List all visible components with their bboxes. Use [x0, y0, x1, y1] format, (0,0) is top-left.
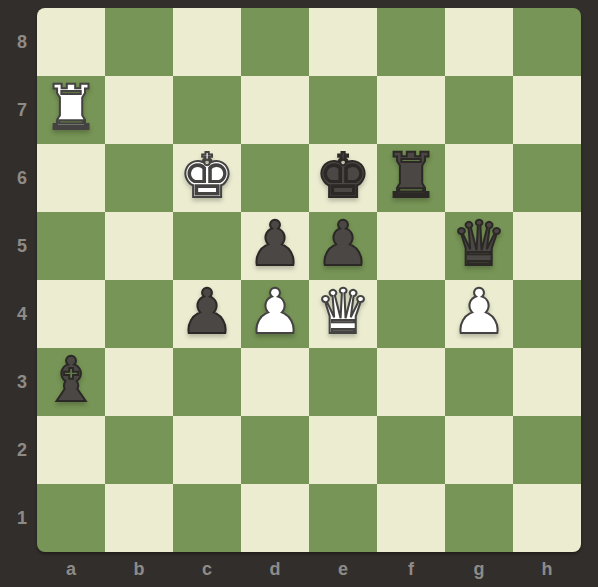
square-a7[interactable]: ♜ [37, 76, 105, 144]
file-label-g: g [445, 552, 513, 586]
square-h3[interactable] [513, 348, 581, 416]
file-label-c: c [173, 552, 241, 586]
file-coordinates: abcdefgh [37, 552, 581, 586]
piece-white-queen-e4[interactable]: ♛ [315, 278, 371, 346]
square-f8[interactable] [377, 8, 445, 76]
square-a4[interactable] [37, 280, 105, 348]
square-b5[interactable] [105, 212, 173, 280]
file-label-e: e [309, 552, 377, 586]
piece-white-pawn-g4[interactable]: ♟ [451, 278, 507, 346]
square-c3[interactable] [173, 348, 241, 416]
square-c6[interactable]: ♚ [173, 144, 241, 212]
square-d1[interactable] [241, 484, 309, 552]
rank-label-7: 7 [0, 76, 27, 144]
square-e2[interactable] [309, 416, 377, 484]
square-c8[interactable] [173, 8, 241, 76]
square-e4[interactable]: ♛ [309, 280, 377, 348]
square-h7[interactable] [513, 76, 581, 144]
rank-label-5: 5 [0, 212, 27, 280]
square-f2[interactable] [377, 416, 445, 484]
piece-black-king-e6[interactable]: ♚ [315, 142, 371, 210]
square-c2[interactable] [173, 416, 241, 484]
square-d6[interactable] [241, 144, 309, 212]
square-g3[interactable] [445, 348, 513, 416]
piece-black-pawn-c4[interactable]: ♟ [179, 278, 235, 346]
square-f1[interactable] [377, 484, 445, 552]
square-b4[interactable] [105, 280, 173, 348]
square-e8[interactable] [309, 8, 377, 76]
square-g1[interactable] [445, 484, 513, 552]
rank-label-3: 3 [0, 348, 27, 416]
square-e1[interactable] [309, 484, 377, 552]
square-h6[interactable] [513, 144, 581, 212]
square-c7[interactable] [173, 76, 241, 144]
square-g7[interactable] [445, 76, 513, 144]
square-h1[interactable] [513, 484, 581, 552]
piece-white-king-c6[interactable]: ♚ [179, 142, 235, 210]
square-h2[interactable] [513, 416, 581, 484]
square-b7[interactable] [105, 76, 173, 144]
rank-label-4: 4 [0, 280, 27, 348]
file-label-b: b [105, 552, 173, 586]
square-e3[interactable] [309, 348, 377, 416]
square-f3[interactable] [377, 348, 445, 416]
square-a5[interactable] [37, 212, 105, 280]
square-b1[interactable] [105, 484, 173, 552]
piece-white-rook-a7[interactable]: ♜ [43, 74, 99, 142]
square-b2[interactable] [105, 416, 173, 484]
piece-black-pawn-e5[interactable]: ♟ [315, 210, 371, 278]
square-f5[interactable] [377, 212, 445, 280]
file-label-h: h [513, 552, 581, 586]
square-f6[interactable]: ♜ [377, 144, 445, 212]
square-e6[interactable]: ♚ [309, 144, 377, 212]
piece-black-pawn-d5[interactable]: ♟ [247, 210, 303, 278]
chess-board: ♜♚♚♜♟♟♛♟♟♛♟♝ [37, 8, 581, 552]
square-d2[interactable] [241, 416, 309, 484]
square-d8[interactable] [241, 8, 309, 76]
square-g8[interactable] [445, 8, 513, 76]
square-c4[interactable]: ♟ [173, 280, 241, 348]
piece-black-queen-g5[interactable]: ♛ [451, 210, 507, 278]
square-f4[interactable] [377, 280, 445, 348]
square-h5[interactable] [513, 212, 581, 280]
square-a3[interactable]: ♝ [37, 348, 105, 416]
square-d3[interactable] [241, 348, 309, 416]
rank-label-1: 1 [0, 484, 27, 552]
square-b3[interactable] [105, 348, 173, 416]
square-f7[interactable] [377, 76, 445, 144]
square-a1[interactable] [37, 484, 105, 552]
square-d5[interactable]: ♟ [241, 212, 309, 280]
square-b8[interactable] [105, 8, 173, 76]
square-c5[interactable] [173, 212, 241, 280]
rank-coordinates: 87654321 [0, 8, 32, 552]
piece-black-rook-f6[interactable]: ♜ [383, 142, 439, 210]
square-d7[interactable] [241, 76, 309, 144]
piece-black-bishop-a3[interactable]: ♝ [43, 346, 99, 414]
square-h4[interactable] [513, 280, 581, 348]
square-e5[interactable]: ♟ [309, 212, 377, 280]
file-label-d: d [241, 552, 309, 586]
square-a8[interactable] [37, 8, 105, 76]
file-label-a: a [37, 552, 105, 586]
square-g5[interactable]: ♛ [445, 212, 513, 280]
rank-label-8: 8 [0, 8, 27, 76]
square-b6[interactable] [105, 144, 173, 212]
square-c1[interactable] [173, 484, 241, 552]
square-g4[interactable]: ♟ [445, 280, 513, 348]
square-d4[interactable]: ♟ [241, 280, 309, 348]
file-label-f: f [377, 552, 445, 586]
square-h8[interactable] [513, 8, 581, 76]
square-a6[interactable] [37, 144, 105, 212]
square-e7[interactable] [309, 76, 377, 144]
square-a2[interactable] [37, 416, 105, 484]
square-g6[interactable] [445, 144, 513, 212]
square-g2[interactable] [445, 416, 513, 484]
chess-app-stage: ♜♚♚♜♟♟♛♟♟♛♟♝ 87654321 abcdefgh [0, 0, 598, 587]
piece-white-pawn-d4[interactable]: ♟ [247, 278, 303, 346]
rank-label-2: 2 [0, 416, 27, 484]
rank-label-6: 6 [0, 144, 27, 212]
